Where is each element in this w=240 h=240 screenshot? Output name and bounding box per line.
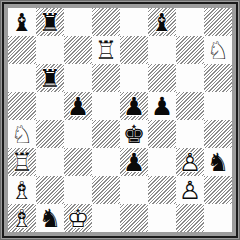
square-h1[interactable] — [204, 204, 232, 232]
black-pawn-e5[interactable]: ♟ — [120, 92, 148, 120]
square-b3[interactable] — [36, 148, 64, 176]
square-f5[interactable]: ♟ — [148, 92, 176, 120]
black-knight-b1[interactable]: ♞ — [36, 204, 64, 232]
square-h7[interactable]: ♞♘ — [204, 36, 232, 64]
black-pawn-f5[interactable]: ♟ — [148, 92, 176, 120]
square-d4[interactable] — [92, 120, 120, 148]
square-a4[interactable]: ♞♘ — [8, 120, 36, 148]
white-pawn-g3[interactable]: ♙ — [176, 148, 204, 176]
square-h8[interactable] — [204, 8, 232, 36]
square-b5[interactable] — [36, 92, 64, 120]
white-bishop-a2[interactable]: ♗ — [8, 176, 36, 204]
square-b4[interactable] — [36, 120, 64, 148]
square-c2[interactable] — [64, 176, 92, 204]
square-f2[interactable] — [148, 176, 176, 204]
square-d8[interactable] — [92, 8, 120, 36]
white-rook-a3[interactable]: ♖ — [8, 148, 36, 176]
square-d1[interactable] — [92, 204, 120, 232]
square-d5[interactable] — [92, 92, 120, 120]
square-e2[interactable] — [120, 176, 148, 204]
square-e8[interactable] — [120, 8, 148, 36]
white-rook-d7[interactable]: ♖ — [92, 36, 120, 64]
square-e4[interactable]: ♚ — [120, 120, 148, 148]
square-c6[interactable] — [64, 64, 92, 92]
white-pawn-g2[interactable]: ♙ — [176, 176, 204, 204]
square-a1[interactable]: ♝♗ — [8, 204, 36, 232]
square-d7[interactable]: ♜♖ — [92, 36, 120, 64]
square-g6[interactable] — [176, 64, 204, 92]
square-f8[interactable]: ♝ — [148, 8, 176, 36]
square-e5[interactable]: ♟ — [120, 92, 148, 120]
square-a2[interactable]: ♝♗ — [8, 176, 36, 204]
square-a5[interactable] — [8, 92, 36, 120]
square-a6[interactable] — [8, 64, 36, 92]
square-g2[interactable]: ♟♙ — [176, 176, 204, 204]
square-f6[interactable] — [148, 64, 176, 92]
square-b6[interactable]: ♜ — [36, 64, 64, 92]
square-a8[interactable]: ♝ — [8, 8, 36, 36]
square-f1[interactable] — [148, 204, 176, 232]
white-knight-a4[interactable]: ♘ — [8, 120, 36, 148]
square-f4[interactable] — [148, 120, 176, 148]
black-bishop-a8[interactable]: ♝ — [8, 8, 36, 36]
square-f7[interactable] — [148, 36, 176, 64]
square-h3[interactable]: ♞ — [204, 148, 232, 176]
black-bishop-f8[interactable]: ♝ — [148, 8, 176, 36]
square-g4[interactable] — [176, 120, 204, 148]
square-a3[interactable]: ♜♖ — [8, 148, 36, 176]
chess-board-grid: ♝♜♝♜♖♞♘♜♟♟♟♞♘♚♜♖♟♟♙♞♝♗♟♙♝♗♞♚♔ — [8, 8, 232, 232]
square-d3[interactable] — [92, 148, 120, 176]
square-c8[interactable] — [64, 8, 92, 36]
square-e3[interactable]: ♟ — [120, 148, 148, 176]
square-c5[interactable]: ♟ — [64, 92, 92, 120]
square-d2[interactable] — [92, 176, 120, 204]
square-b8[interactable]: ♜ — [36, 8, 64, 36]
square-c7[interactable] — [64, 36, 92, 64]
square-d6[interactable] — [92, 64, 120, 92]
square-h2[interactable] — [204, 176, 232, 204]
square-c4[interactable] — [64, 120, 92, 148]
square-e7[interactable] — [120, 36, 148, 64]
black-pawn-e3[interactable]: ♟ — [120, 148, 148, 176]
black-pawn-c5[interactable]: ♟ — [64, 92, 92, 120]
black-knight-h3[interactable]: ♞ — [204, 148, 232, 176]
square-a7[interactable] — [8, 36, 36, 64]
square-h5[interactable] — [204, 92, 232, 120]
white-king-c1[interactable]: ♔ — [64, 204, 92, 232]
square-g1[interactable] — [176, 204, 204, 232]
chess-board-frame: ♝♜♝♜♖♞♘♜♟♟♟♞♘♚♜♖♟♟♙♞♝♗♟♙♝♗♞♚♔ — [0, 0, 240, 240]
square-b7[interactable] — [36, 36, 64, 64]
square-e6[interactable] — [120, 64, 148, 92]
square-b2[interactable] — [36, 176, 64, 204]
square-c3[interactable] — [64, 148, 92, 176]
square-e1[interactable] — [120, 204, 148, 232]
square-h6[interactable] — [204, 64, 232, 92]
white-bishop-a1[interactable]: ♗ — [8, 204, 36, 232]
black-rook-b6[interactable]: ♜ — [36, 64, 64, 92]
white-knight-h7[interactable]: ♘ — [204, 36, 232, 64]
square-h4[interactable] — [204, 120, 232, 148]
square-g8[interactable] — [176, 8, 204, 36]
square-c1[interactable]: ♚♔ — [64, 204, 92, 232]
square-b1[interactable]: ♞ — [36, 204, 64, 232]
square-g7[interactable] — [176, 36, 204, 64]
black-rook-b8[interactable]: ♜ — [36, 8, 64, 36]
square-g5[interactable] — [176, 92, 204, 120]
square-f3[interactable] — [148, 148, 176, 176]
black-king-e4[interactable]: ♚ — [120, 120, 148, 148]
square-g3[interactable]: ♟♙ — [176, 148, 204, 176]
